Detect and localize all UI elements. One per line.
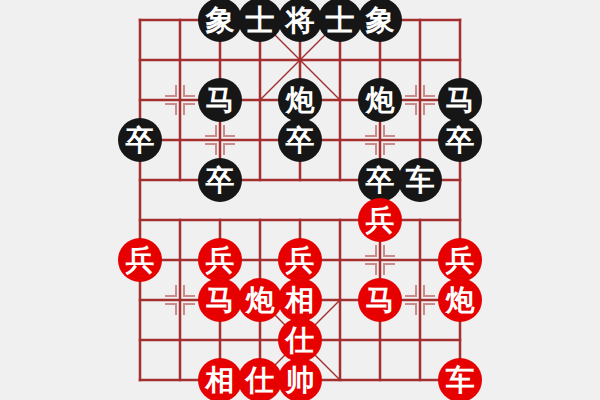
point-marker-corner: [365, 125, 377, 137]
piece-red-horse[interactable]: 马: [198, 278, 242, 322]
point-marker: [365, 245, 395, 275]
point-marker-corner: [383, 125, 395, 137]
piece-red-soldier[interactable]: 兵: [118, 238, 162, 282]
point-marker-corner: [383, 143, 395, 155]
piece-red-general[interactable]: 帅: [278, 358, 322, 400]
point-marker-corner: [405, 303, 417, 315]
piece-red-soldier[interactable]: 兵: [278, 238, 322, 282]
piece-black-horse[interactable]: 马: [438, 78, 482, 122]
piece-red-elephant[interactable]: 相: [198, 358, 242, 400]
point-marker-corner: [365, 263, 377, 275]
point-marker-corner: [423, 103, 435, 115]
point-marker-corner: [423, 85, 435, 97]
piece-black-soldier[interactable]: 卒: [198, 158, 242, 202]
point-marker-corner: [405, 285, 417, 297]
point-marker: [205, 125, 235, 155]
point-marker-corner: [183, 285, 195, 297]
point-marker-corner: [165, 103, 177, 115]
point-marker-corner: [165, 303, 177, 315]
point-marker-corner: [223, 143, 235, 155]
piece-red-cannon[interactable]: 炮: [238, 278, 282, 322]
piece-black-horse[interactable]: 马: [198, 78, 242, 122]
piece-red-elephant[interactable]: 相: [278, 278, 322, 322]
point-marker-corner: [383, 245, 395, 257]
piece-black-soldier[interactable]: 卒: [118, 118, 162, 162]
piece-black-cannon[interactable]: 炮: [358, 78, 402, 122]
piece-red-cannon[interactable]: 炮: [438, 278, 482, 322]
point-marker-corner: [405, 103, 417, 115]
piece-black-general[interactable]: 将: [278, 0, 322, 42]
point-marker: [165, 285, 195, 315]
point-marker-corner: [365, 245, 377, 257]
piece-black-advisor[interactable]: 士: [318, 0, 362, 42]
point-marker: [165, 85, 195, 115]
piece-black-chariot[interactable]: 车: [398, 158, 442, 202]
piece-black-elephant[interactable]: 象: [198, 0, 242, 42]
point-marker: [365, 125, 395, 155]
point-marker-corner: [183, 303, 195, 315]
xiangqi-board: 象士将士象马炮炮马卒卒卒卒卒车兵兵兵兵兵马炮相马炮仕相仕帅车: [0, 0, 600, 400]
point-marker-corner: [365, 143, 377, 155]
point-marker-corner: [205, 125, 217, 137]
piece-red-soldier[interactable]: 兵: [198, 238, 242, 282]
point-marker-corner: [423, 303, 435, 315]
point-marker-corner: [205, 143, 217, 155]
point-marker: [405, 285, 435, 315]
point-marker-corner: [165, 85, 177, 97]
point-marker-corner: [383, 263, 395, 275]
point-marker-corner: [183, 85, 195, 97]
piece-red-chariot[interactable]: 车: [438, 358, 482, 400]
piece-black-soldier[interactable]: 卒: [358, 158, 402, 202]
piece-red-soldier[interactable]: 兵: [358, 198, 402, 242]
point-marker-corner: [405, 85, 417, 97]
piece-red-advisor[interactable]: 仕: [278, 318, 322, 362]
piece-red-soldier[interactable]: 兵: [438, 238, 482, 282]
piece-black-advisor[interactable]: 士: [238, 0, 282, 42]
piece-red-advisor[interactable]: 仕: [238, 358, 282, 400]
piece-black-elephant[interactable]: 象: [358, 0, 402, 42]
point-marker: [405, 85, 435, 115]
piece-black-soldier[interactable]: 卒: [438, 118, 482, 162]
point-marker-corner: [183, 103, 195, 115]
piece-black-soldier[interactable]: 卒: [278, 118, 322, 162]
point-marker-corner: [165, 285, 177, 297]
point-marker-corner: [223, 125, 235, 137]
point-marker-corner: [423, 285, 435, 297]
piece-black-cannon[interactable]: 炮: [278, 78, 322, 122]
piece-red-horse[interactable]: 马: [358, 278, 402, 322]
